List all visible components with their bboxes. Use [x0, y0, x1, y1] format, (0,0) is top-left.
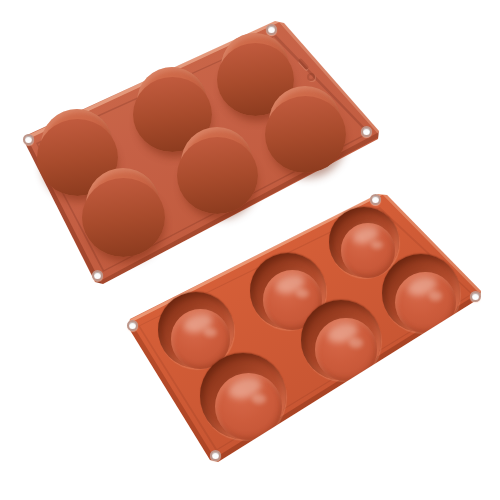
- mold-bump: [137, 67, 207, 137]
- mold-cavity: [329, 207, 399, 277]
- product-photo: [0, 0, 500, 500]
- cavity-floor: [315, 318, 377, 380]
- mold-cavity: [382, 254, 460, 332]
- cavity-highlight: [181, 310, 215, 336]
- cavity-highlight: [350, 224, 381, 248]
- cavity-floor: [215, 373, 282, 440]
- cavity-highlight: [273, 271, 307, 297]
- corner-hanging-hole: [92, 270, 103, 281]
- mold-cavity: [301, 300, 381, 380]
- cavity-highlight: [325, 319, 360, 346]
- corner-hanging-hole: [127, 320, 138, 331]
- corner-hanging-hole: [23, 134, 34, 145]
- corner-hanging-hole: [470, 291, 481, 302]
- cavity-highlight: [405, 273, 440, 300]
- mold-bump: [221, 33, 289, 101]
- corner-hanging-hole: [266, 24, 277, 35]
- cavity-highlight: [226, 373, 264, 402]
- mold-bump: [41, 109, 113, 181]
- mold-bump: [181, 127, 253, 199]
- cavity-floor: [395, 272, 456, 333]
- corner-hanging-hole: [370, 194, 381, 205]
- mold-cavity: [158, 292, 234, 368]
- corner-hanging-hole: [361, 126, 372, 137]
- mold-bump: [86, 168, 160, 242]
- cavity-floor: [341, 223, 396, 278]
- mold-bump: [269, 86, 341, 158]
- corner-hanging-hole: [210, 450, 221, 461]
- mold-cavity: [200, 353, 286, 439]
